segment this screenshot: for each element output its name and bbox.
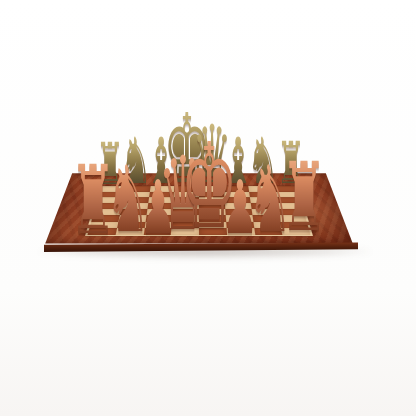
rook-icon: ♜ bbox=[281, 150, 328, 245]
piece-copper-rook-h1[interactable]: ♜ bbox=[261, 150, 346, 245]
scene: ♜ ♞ ♝ ♚ ♛ ♝ ♞ ♜ ♜ ♞ ♟ ♛ ♚ ♟ ♞ ♜ bbox=[0, 0, 416, 416]
